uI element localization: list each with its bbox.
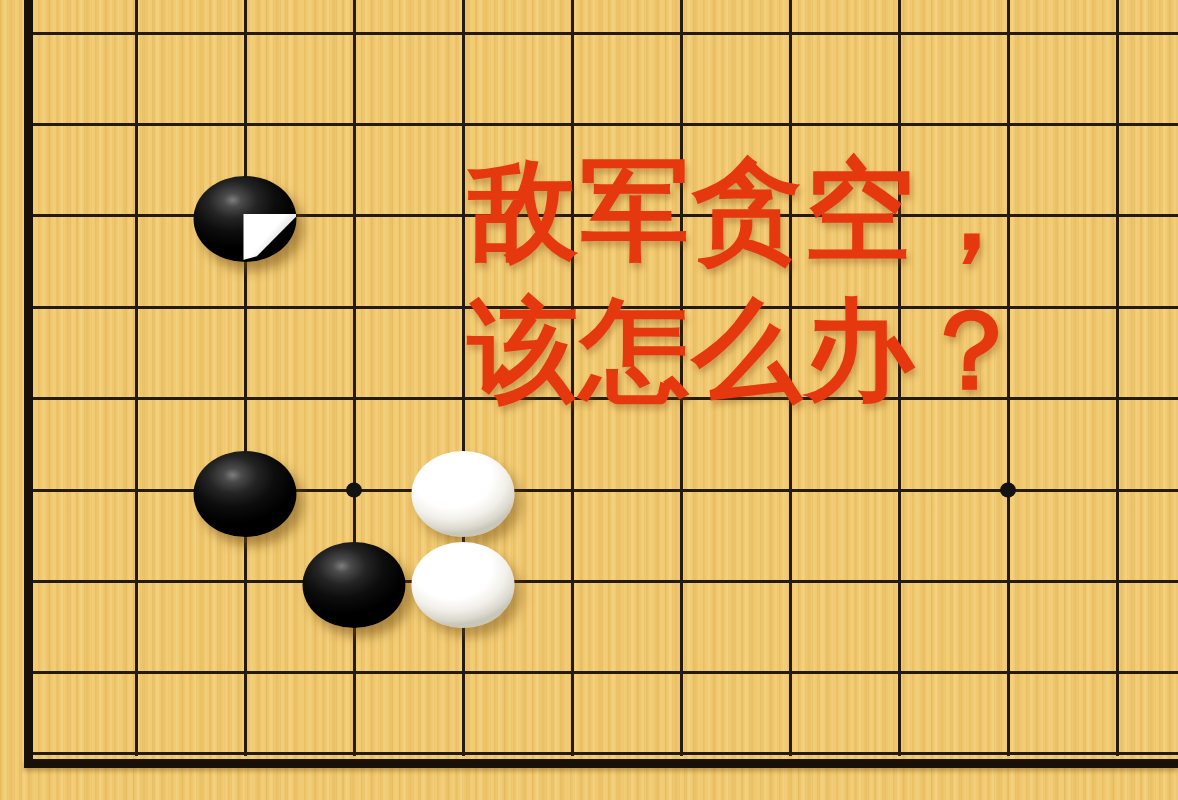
white-stone-E3[interactable] (412, 542, 515, 628)
grid-horizontal-line (33, 32, 1178, 35)
white-stone-E4[interactable] (412, 451, 515, 537)
caption-overlay: 敌军贪空， 该怎么办？ (468, 140, 1028, 419)
star-point-K4 (1000, 483, 1016, 498)
grid-horizontal-line (33, 580, 1178, 583)
grid-horizontal-line (33, 671, 1178, 674)
star-point-D4 (346, 483, 362, 498)
grid-vertical-line (462, 0, 465, 756)
grid-vertical-line (1116, 0, 1119, 756)
grid-vertical-line (353, 0, 356, 756)
caption-line-2: 该怎么办？ (468, 280, 1028, 420)
board-bottom-edge (24, 759, 1178, 768)
black-stone-D3[interactable] (303, 542, 406, 628)
grid-vertical-line (244, 0, 247, 756)
last-move-marker-icon (243, 214, 296, 260)
grid-horizontal-line (33, 123, 1178, 126)
caption-line-1: 敌军贪空， (468, 140, 1028, 280)
go-board-view: 敌军贪空， 该怎么办？ (0, 0, 1178, 800)
grid-horizontal-line (33, 752, 1178, 755)
black-stone-C7[interactable] (194, 176, 297, 262)
board-left-edge (24, 0, 33, 768)
black-stone-C4[interactable] (194, 451, 297, 537)
grid-vertical-line (135, 0, 138, 756)
